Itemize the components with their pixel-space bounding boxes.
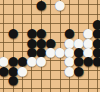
grid-horizontal-line: [0, 88, 100, 89]
black-stone[interactable]: ●: [92, 55, 100, 66]
black-stone[interactable]: ●: [36, 0, 47, 10]
white-stone[interactable]: ●: [55, 0, 66, 10]
black-stone[interactable]: ●: [8, 74, 19, 85]
go-board-screenshot: ●●●●●●●●●●●●●●●●●●●●●●●●●●●●●●●●●●●●●●●: [0, 0, 100, 92]
black-stone[interactable]: ●: [73, 65, 84, 76]
black-stone[interactable]: ●: [8, 27, 19, 38]
grid-horizontal-line: [0, 23, 100, 24]
grid-horizontal-line: [0, 4, 100, 5]
white-stone[interactable]: ●: [36, 55, 47, 66]
go-board[interactable]: ●●●●●●●●●●●●●●●●●●●●●●●●●●●●●●●●●●●●●●●: [0, 0, 100, 92]
grid-horizontal-line: [0, 14, 100, 15]
